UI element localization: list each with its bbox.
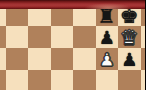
square-g6[interactable]: ♟ — [118, 48, 141, 70]
square-c7[interactable] — [28, 26, 51, 48]
square-e5[interactable] — [73, 70, 96, 90]
black-pawn[interactable]: ♟ — [144, 29, 145, 47]
square-c6[interactable] — [28, 48, 51, 70]
square-b5[interactable] — [6, 70, 29, 90]
header-bar — [0, 0, 145, 9]
square-f5[interactable] — [96, 70, 119, 90]
square-g5[interactable] — [118, 70, 141, 90]
black-rook[interactable]: ♜ — [97, 6, 116, 27]
white-queen[interactable]: ♛ — [120, 28, 139, 49]
square-d5[interactable] — [51, 70, 74, 90]
square-b7[interactable] — [6, 26, 29, 48]
square-e7[interactable] — [73, 26, 96, 48]
square-f7[interactable]: ♟ — [96, 26, 119, 48]
square-d7[interactable] — [51, 26, 74, 48]
square-h5[interactable] — [141, 70, 146, 90]
square-f6[interactable]: ♟ — [96, 48, 119, 70]
square-h6[interactable] — [141, 48, 146, 70]
white-pawn[interactable]: ♟ — [99, 51, 115, 69]
square-d6[interactable] — [51, 48, 74, 70]
chess-app-window: ♜♚♟♛♟♟♟ — [0, 0, 145, 90]
black-king[interactable]: ♚ — [120, 6, 139, 27]
square-e6[interactable] — [73, 48, 96, 70]
black-pawn[interactable]: ♟ — [121, 51, 137, 69]
square-g7[interactable]: ♛ — [118, 26, 141, 48]
square-h7[interactable]: ♟ — [141, 26, 146, 48]
header-shine — [0, 0, 145, 9]
square-b6[interactable] — [6, 48, 29, 70]
chess-board: ♜♚♟♛♟♟♟ — [0, 5, 145, 90]
square-c5[interactable] — [28, 70, 51, 90]
black-pawn[interactable]: ♟ — [99, 29, 115, 47]
